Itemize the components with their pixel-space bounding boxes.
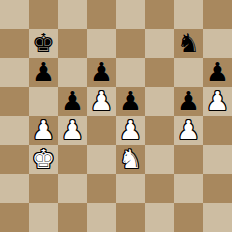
- square-e8[interactable]: [116, 0, 145, 29]
- square-g7[interactable]: ♞: [174, 29, 203, 58]
- piece-black-pawn: ♟: [61, 87, 84, 116]
- square-c6[interactable]: [58, 58, 87, 87]
- square-g1[interactable]: [174, 203, 203, 232]
- square-f7[interactable]: [145, 29, 174, 58]
- square-h3[interactable]: [203, 145, 232, 174]
- chess-board: ♚♞♟♟♟♟♟♟♟♟♟♟♟♟♚♞: [0, 0, 232, 232]
- square-c2[interactable]: [58, 174, 87, 203]
- square-b7[interactable]: ♚: [29, 29, 58, 58]
- square-h7[interactable]: [203, 29, 232, 58]
- square-a6[interactable]: [0, 58, 29, 87]
- square-c1[interactable]: [58, 203, 87, 232]
- square-a2[interactable]: [0, 174, 29, 203]
- square-b6[interactable]: ♟: [29, 58, 58, 87]
- square-d1[interactable]: [87, 203, 116, 232]
- square-b8[interactable]: [29, 0, 58, 29]
- piece-black-pawn: ♟: [119, 87, 142, 116]
- square-a1[interactable]: [0, 203, 29, 232]
- square-a4[interactable]: [0, 116, 29, 145]
- square-d8[interactable]: [87, 0, 116, 29]
- square-e6[interactable]: [116, 58, 145, 87]
- square-g4[interactable]: ♟: [174, 116, 203, 145]
- square-h4[interactable]: [203, 116, 232, 145]
- square-d4[interactable]: [87, 116, 116, 145]
- square-e5[interactable]: ♟: [116, 87, 145, 116]
- piece-black-pawn: ♟: [177, 87, 200, 116]
- square-f1[interactable]: [145, 203, 174, 232]
- square-b4[interactable]: ♟: [29, 116, 58, 145]
- piece-white-pawn: ♟: [61, 116, 84, 145]
- piece-white-pawn: ♟: [177, 116, 200, 145]
- square-d2[interactable]: [87, 174, 116, 203]
- piece-black-knight: ♞: [177, 29, 200, 58]
- square-f6[interactable]: [145, 58, 174, 87]
- square-c7[interactable]: [58, 29, 87, 58]
- piece-black-pawn: ♟: [90, 58, 113, 87]
- square-e4[interactable]: ♟: [116, 116, 145, 145]
- square-f4[interactable]: [145, 116, 174, 145]
- square-h5[interactable]: ♟: [203, 87, 232, 116]
- square-d5[interactable]: ♟: [87, 87, 116, 116]
- square-f5[interactable]: [145, 87, 174, 116]
- square-f8[interactable]: [145, 0, 174, 29]
- square-g8[interactable]: [174, 0, 203, 29]
- piece-white-pawn: ♟: [90, 87, 113, 116]
- piece-white-pawn: ♟: [32, 116, 55, 145]
- square-g3[interactable]: [174, 145, 203, 174]
- square-c3[interactable]: [58, 145, 87, 174]
- square-d6[interactable]: ♟: [87, 58, 116, 87]
- square-a8[interactable]: [0, 0, 29, 29]
- piece-black-pawn: ♟: [206, 58, 229, 87]
- square-b5[interactable]: [29, 87, 58, 116]
- piece-white-pawn: ♟: [206, 87, 229, 116]
- square-e7[interactable]: [116, 29, 145, 58]
- square-f3[interactable]: [145, 145, 174, 174]
- square-h8[interactable]: [203, 0, 232, 29]
- square-a5[interactable]: [0, 87, 29, 116]
- square-e2[interactable]: [116, 174, 145, 203]
- square-e1[interactable]: [116, 203, 145, 232]
- piece-black-king: ♚: [32, 29, 55, 58]
- square-h6[interactable]: ♟: [203, 58, 232, 87]
- square-b1[interactable]: [29, 203, 58, 232]
- square-b3[interactable]: ♚: [29, 145, 58, 174]
- piece-white-king: ♚: [32, 145, 55, 174]
- square-b2[interactable]: [29, 174, 58, 203]
- square-c4[interactable]: ♟: [58, 116, 87, 145]
- square-g2[interactable]: [174, 174, 203, 203]
- piece-white-knight: ♞: [119, 145, 142, 174]
- square-a3[interactable]: [0, 145, 29, 174]
- square-g6[interactable]: [174, 58, 203, 87]
- square-a7[interactable]: [0, 29, 29, 58]
- square-h1[interactable]: [203, 203, 232, 232]
- square-c5[interactable]: ♟: [58, 87, 87, 116]
- square-c8[interactable]: [58, 0, 87, 29]
- square-f2[interactable]: [145, 174, 174, 203]
- square-h2[interactable]: [203, 174, 232, 203]
- square-d3[interactable]: [87, 145, 116, 174]
- piece-black-pawn: ♟: [32, 58, 55, 87]
- square-d7[interactable]: [87, 29, 116, 58]
- square-g5[interactable]: ♟: [174, 87, 203, 116]
- square-e3[interactable]: ♞: [116, 145, 145, 174]
- piece-white-pawn: ♟: [119, 116, 142, 145]
